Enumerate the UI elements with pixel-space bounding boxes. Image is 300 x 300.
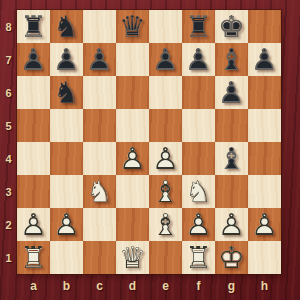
square-e7[interactable]: ♟♙ bbox=[149, 43, 182, 76]
piece-black-bishop: ♝♗ bbox=[215, 142, 248, 175]
square-b1[interactable] bbox=[50, 241, 83, 274]
piece-black-bishop: ♝♗ bbox=[215, 43, 248, 76]
square-d5[interactable] bbox=[116, 109, 149, 142]
rank-labels: 87654321 bbox=[0, 10, 17, 274]
pawn-outline-glyph: ♙ bbox=[248, 208, 281, 241]
pawn-outline-glyph: ♙ bbox=[182, 208, 215, 241]
piece-white-pawn: ♟♙ bbox=[215, 208, 248, 241]
rank-label-5: 5 bbox=[0, 109, 17, 142]
file-label-h: h bbox=[248, 274, 281, 300]
piece-black-pawn: ♟♙ bbox=[182, 43, 215, 76]
square-h7[interactable]: ♟♙ bbox=[248, 43, 281, 76]
square-h6[interactable] bbox=[248, 76, 281, 109]
square-a3[interactable] bbox=[17, 175, 50, 208]
rook-outline-glyph: ♖ bbox=[182, 241, 215, 274]
piece-black-pawn: ♟♙ bbox=[83, 43, 116, 76]
pawn-outline-glyph: ♙ bbox=[149, 142, 182, 175]
rank-label-4: 4 bbox=[0, 142, 17, 175]
square-h2[interactable]: ♟♙ bbox=[248, 208, 281, 241]
square-c1[interactable] bbox=[83, 241, 116, 274]
square-b7[interactable]: ♟♙ bbox=[50, 43, 83, 76]
square-c7[interactable]: ♟♙ bbox=[83, 43, 116, 76]
knight-outline-glyph: ♘ bbox=[50, 76, 83, 109]
pawn-outline-glyph: ♙ bbox=[215, 208, 248, 241]
piece-white-king: ♚♔ bbox=[215, 241, 248, 274]
square-e4[interactable]: ♟♙ bbox=[149, 142, 182, 175]
square-c5[interactable] bbox=[83, 109, 116, 142]
piece-white-knight: ♞♘ bbox=[83, 175, 116, 208]
square-f8[interactable]: ♜♖ bbox=[182, 10, 215, 43]
square-d3[interactable] bbox=[116, 175, 149, 208]
chess-board: ♜♖♞♘♛♕♜♖♚♔♟♙♟♙♟♙♟♙♟♙♝♗♟♙♞♘♟♙♟♙♟♙♝♗♞♘♝♗♞♘… bbox=[17, 10, 281, 274]
bishop-outline-glyph: ♗ bbox=[215, 43, 248, 76]
pawn-outline-glyph: ♙ bbox=[215, 76, 248, 109]
square-e2[interactable]: ♝♗ bbox=[149, 208, 182, 241]
square-g4[interactable]: ♝♗ bbox=[215, 142, 248, 175]
square-d2[interactable] bbox=[116, 208, 149, 241]
square-h5[interactable] bbox=[248, 109, 281, 142]
square-g6[interactable]: ♟♙ bbox=[215, 76, 248, 109]
king-outline-glyph: ♔ bbox=[215, 10, 248, 43]
chess-board-frame: 87654321 abcdefgh ♜♖♞♘♛♕♜♖♚♔♟♙♟♙♟♙♟♙♟♙♝♗… bbox=[0, 0, 300, 300]
piece-white-rook: ♜♖ bbox=[182, 241, 215, 274]
file-label-g: g bbox=[215, 274, 248, 300]
piece-white-bishop: ♝♗ bbox=[149, 208, 182, 241]
pawn-outline-glyph: ♙ bbox=[182, 43, 215, 76]
pawn-outline-glyph: ♙ bbox=[17, 208, 50, 241]
square-f3[interactable]: ♞♘ bbox=[182, 175, 215, 208]
pawn-outline-glyph: ♙ bbox=[149, 43, 182, 76]
square-g2[interactable]: ♟♙ bbox=[215, 208, 248, 241]
piece-black-pawn: ♟♙ bbox=[50, 43, 83, 76]
square-b6[interactable]: ♞♘ bbox=[50, 76, 83, 109]
knight-outline-glyph: ♘ bbox=[50, 10, 83, 43]
piece-white-pawn: ♟♙ bbox=[182, 208, 215, 241]
bishop-outline-glyph: ♗ bbox=[149, 175, 182, 208]
rank-label-3: 3 bbox=[0, 175, 17, 208]
square-a2[interactable]: ♟♙ bbox=[17, 208, 50, 241]
square-b5[interactable] bbox=[50, 109, 83, 142]
pawn-outline-glyph: ♙ bbox=[50, 43, 83, 76]
piece-white-knight: ♞♘ bbox=[182, 175, 215, 208]
square-b2[interactable]: ♟♙ bbox=[50, 208, 83, 241]
square-f7[interactable]: ♟♙ bbox=[182, 43, 215, 76]
square-a1[interactable]: ♜♖ bbox=[17, 241, 50, 274]
queen-outline-glyph: ♕ bbox=[116, 241, 149, 274]
pawn-outline-glyph: ♙ bbox=[50, 208, 83, 241]
rank-label-7: 7 bbox=[0, 43, 17, 76]
rook-outline-glyph: ♖ bbox=[17, 241, 50, 274]
square-g8[interactable]: ♚♔ bbox=[215, 10, 248, 43]
square-h3[interactable] bbox=[248, 175, 281, 208]
piece-black-pawn: ♟♙ bbox=[17, 43, 50, 76]
square-a6[interactable] bbox=[17, 76, 50, 109]
square-a5[interactable] bbox=[17, 109, 50, 142]
bishop-outline-glyph: ♗ bbox=[149, 208, 182, 241]
knight-outline-glyph: ♘ bbox=[182, 175, 215, 208]
piece-black-rook: ♜♖ bbox=[17, 10, 50, 43]
file-label-b: b bbox=[50, 274, 83, 300]
pawn-outline-glyph: ♙ bbox=[83, 43, 116, 76]
piece-black-king: ♚♔ bbox=[215, 10, 248, 43]
bishop-outline-glyph: ♗ bbox=[215, 142, 248, 175]
piece-white-queen: ♛♕ bbox=[116, 241, 149, 274]
file-labels: abcdefgh bbox=[17, 274, 281, 300]
square-a7[interactable]: ♟♙ bbox=[17, 43, 50, 76]
piece-black-rook: ♜♖ bbox=[182, 10, 215, 43]
square-g7[interactable]: ♝♗ bbox=[215, 43, 248, 76]
piece-white-pawn: ♟♙ bbox=[17, 208, 50, 241]
piece-black-knight: ♞♘ bbox=[50, 10, 83, 43]
square-f1[interactable]: ♜♖ bbox=[182, 241, 215, 274]
square-d8[interactable]: ♛♕ bbox=[116, 10, 149, 43]
piece-white-rook: ♜♖ bbox=[17, 241, 50, 274]
file-label-a: a bbox=[17, 274, 50, 300]
square-c3[interactable]: ♞♘ bbox=[83, 175, 116, 208]
square-d4[interactable]: ♟♙ bbox=[116, 142, 149, 175]
square-h1[interactable] bbox=[248, 241, 281, 274]
square-a4[interactable] bbox=[17, 142, 50, 175]
piece-white-pawn: ♟♙ bbox=[116, 142, 149, 175]
square-e6[interactable] bbox=[149, 76, 182, 109]
piece-black-queen: ♛♕ bbox=[116, 10, 149, 43]
file-label-c: c bbox=[83, 274, 116, 300]
square-e8[interactable] bbox=[149, 10, 182, 43]
file-label-e: e bbox=[149, 274, 182, 300]
square-d1[interactable]: ♛♕ bbox=[116, 241, 149, 274]
pawn-outline-glyph: ♙ bbox=[116, 142, 149, 175]
square-d6[interactable] bbox=[116, 76, 149, 109]
piece-white-pawn: ♟♙ bbox=[149, 142, 182, 175]
rank-label-6: 6 bbox=[0, 76, 17, 109]
piece-black-pawn: ♟♙ bbox=[215, 76, 248, 109]
piece-white-pawn: ♟♙ bbox=[248, 208, 281, 241]
rank-label-2: 2 bbox=[0, 208, 17, 241]
king-outline-glyph: ♔ bbox=[215, 241, 248, 274]
file-label-d: d bbox=[116, 274, 149, 300]
square-f2[interactable]: ♟♙ bbox=[182, 208, 215, 241]
rank-label-1: 1 bbox=[0, 241, 17, 274]
rank-label-8: 8 bbox=[0, 10, 17, 43]
piece-black-pawn: ♟♙ bbox=[149, 43, 182, 76]
square-g1[interactable]: ♚♔ bbox=[215, 241, 248, 274]
square-c2[interactable] bbox=[83, 208, 116, 241]
rook-outline-glyph: ♖ bbox=[182, 10, 215, 43]
square-c4[interactable] bbox=[83, 142, 116, 175]
square-h4[interactable] bbox=[248, 142, 281, 175]
square-h8[interactable] bbox=[248, 10, 281, 43]
queen-outline-glyph: ♕ bbox=[116, 10, 149, 43]
piece-black-pawn: ♟♙ bbox=[248, 43, 281, 76]
square-c6[interactable] bbox=[83, 76, 116, 109]
square-f4[interactable] bbox=[182, 142, 215, 175]
square-d7[interactable] bbox=[116, 43, 149, 76]
file-label-f: f bbox=[182, 274, 215, 300]
pawn-outline-glyph: ♙ bbox=[248, 43, 281, 76]
square-g5[interactable] bbox=[215, 109, 248, 142]
piece-black-knight: ♞♘ bbox=[50, 76, 83, 109]
rook-outline-glyph: ♖ bbox=[17, 10, 50, 43]
piece-white-bishop: ♝♗ bbox=[149, 175, 182, 208]
square-e5[interactable] bbox=[149, 109, 182, 142]
square-e1[interactable] bbox=[149, 241, 182, 274]
square-f6[interactable] bbox=[182, 76, 215, 109]
square-c8[interactable] bbox=[83, 10, 116, 43]
knight-outline-glyph: ♘ bbox=[83, 175, 116, 208]
square-b3[interactable] bbox=[50, 175, 83, 208]
square-b4[interactable] bbox=[50, 142, 83, 175]
square-f5[interactable] bbox=[182, 109, 215, 142]
square-g3[interactable] bbox=[215, 175, 248, 208]
pawn-outline-glyph: ♙ bbox=[17, 43, 50, 76]
square-a8[interactable]: ♜♖ bbox=[17, 10, 50, 43]
piece-white-pawn: ♟♙ bbox=[50, 208, 83, 241]
square-b8[interactable]: ♞♘ bbox=[50, 10, 83, 43]
square-e3[interactable]: ♝♗ bbox=[149, 175, 182, 208]
